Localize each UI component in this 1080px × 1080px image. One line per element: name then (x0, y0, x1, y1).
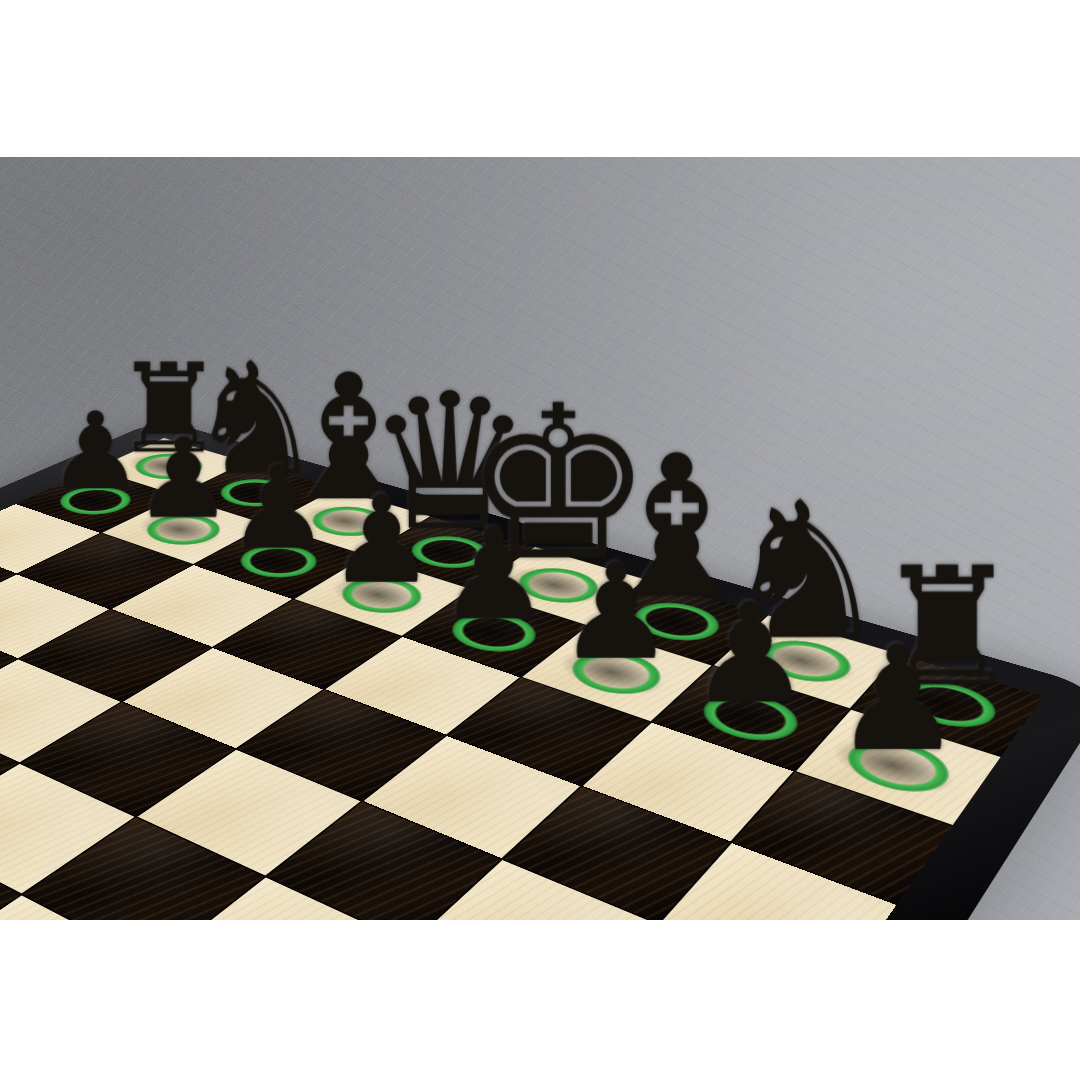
pawn-glyph: ♟ (689, 585, 812, 722)
pawn-glyph: ♟ (48, 398, 144, 505)
bottom-margin (0, 920, 1080, 1080)
board-grid: ♜♜♞♞♝♝♛♛♚♚♝♝♞♞♜♜♟♟♟♟♟♟♟♟♟♟♟♟♟♟♟♟ (0, 438, 1043, 920)
top-margin (0, 0, 1080, 157)
pawn-glyph: ♟ (227, 450, 330, 565)
product-photo: ♜♜♞♞♝♝♛♛♚♚♝♝♞♞♜♜♟♟♟♟♟♟♟♟♟♟♟♟♟♟♟♟ (0, 157, 1080, 920)
pawn-glyph: ♟ (328, 480, 436, 600)
pawn-glyph: ♟ (833, 627, 962, 771)
pawn-glyph: ♟ (134, 423, 233, 534)
square-e3 (23, 818, 264, 920)
pawn-glyph: ♟ (438, 512, 550, 637)
pawn-glyph: ♟ (557, 547, 675, 678)
